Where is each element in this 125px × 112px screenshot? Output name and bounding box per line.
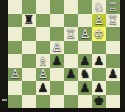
piece-black-pawn: ♟ xyxy=(94,81,105,93)
piece-black-king: ♚ xyxy=(94,95,105,107)
piece-white-pawn: ♙ xyxy=(52,41,63,53)
left-ui-strip xyxy=(0,0,8,112)
square-c6[interactable] xyxy=(36,27,50,41)
square-g3[interactable] xyxy=(92,68,106,82)
square-h6[interactable] xyxy=(106,27,120,41)
square-a5[interactable] xyxy=(8,41,22,55)
piece-black-pawn: ♟ xyxy=(108,68,119,80)
piece-white-rook: ♖ xyxy=(66,27,77,39)
square-b3[interactable] xyxy=(22,68,36,82)
square-d8[interactable] xyxy=(50,0,64,14)
square-d2[interactable] xyxy=(50,81,64,95)
square-f3[interactable]: ♞ xyxy=(78,68,92,82)
piece-black-pawn: ♟ xyxy=(38,81,49,93)
square-f8[interactable] xyxy=(78,0,92,14)
square-a1[interactable] xyxy=(8,95,22,109)
square-a7[interactable] xyxy=(8,14,22,28)
square-h4[interactable] xyxy=(106,54,120,68)
right-ui-strip xyxy=(120,0,125,112)
square-b4[interactable] xyxy=(22,54,36,68)
square-a2[interactable] xyxy=(8,81,22,95)
piece-black-rook: ♜ xyxy=(24,14,35,26)
square-e3[interactable]: ♟ xyxy=(64,68,78,82)
square-f5[interactable] xyxy=(78,41,92,55)
piece-black-pawn: ♟ xyxy=(52,54,63,66)
square-f1[interactable] xyxy=(78,95,92,109)
square-e8[interactable] xyxy=(64,0,78,14)
square-h1[interactable] xyxy=(106,95,120,109)
piece-white-pawn: ♙ xyxy=(10,68,21,80)
piece-white-pawn: ♙ xyxy=(38,68,49,80)
square-h8[interactable]: ♖ xyxy=(106,0,120,14)
piece-white-rook: ♖ xyxy=(108,0,119,12)
square-d5[interactable]: ♙ xyxy=(50,41,64,55)
square-g8[interactable]: ♘ xyxy=(92,0,106,14)
square-a8[interactable] xyxy=(8,0,22,14)
square-d4[interactable]: ♟ xyxy=(50,54,64,68)
square-h2[interactable] xyxy=(106,81,120,95)
square-b8[interactable] xyxy=(22,0,36,14)
square-d7[interactable] xyxy=(50,14,64,28)
square-h5[interactable] xyxy=(106,41,120,55)
square-b5[interactable] xyxy=(22,41,36,55)
chess-board: ♘♖♜♙♖♖♙♔♙♗♟♟♟♙♙♟♞♟♟♟♟♚ xyxy=(8,0,120,108)
square-h7[interactable]: ♖ xyxy=(106,14,120,28)
square-c7[interactable] xyxy=(36,14,50,28)
screenshot-stage: ♘♖♜♙♖♖♙♔♙♗♟♟♟♙♙♟♞♟♟♟♟♚ xyxy=(0,0,125,112)
square-g2[interactable]: ♟ xyxy=(92,81,106,95)
left-strip-mark xyxy=(2,99,7,101)
square-d3[interactable] xyxy=(50,68,64,82)
square-b7[interactable]: ♜ xyxy=(22,14,36,28)
piece-black-knight: ♞ xyxy=(80,68,91,80)
square-c8[interactable] xyxy=(36,0,50,14)
square-g6[interactable]: ♔ xyxy=(92,27,106,41)
square-a6[interactable] xyxy=(8,27,22,41)
square-d6[interactable] xyxy=(50,27,64,41)
square-f6[interactable]: ♙ xyxy=(78,27,92,41)
square-f2[interactable]: ♟ xyxy=(78,81,92,95)
square-g1[interactable]: ♚ xyxy=(92,95,106,109)
square-c2[interactable]: ♟ xyxy=(36,81,50,95)
square-g4[interactable]: ♟ xyxy=(92,54,106,68)
piece-black-pawn: ♟ xyxy=(80,54,91,66)
square-c1[interactable] xyxy=(36,95,50,109)
square-c4[interactable]: ♗ xyxy=(36,54,50,68)
square-c3[interactable]: ♙ xyxy=(36,68,50,82)
square-h3[interactable]: ♟ xyxy=(106,68,120,82)
piece-white-bishop: ♗ xyxy=(38,54,49,66)
piece-white-pawn: ♙ xyxy=(80,27,91,39)
square-e6[interactable]: ♖ xyxy=(64,27,78,41)
square-e4[interactable] xyxy=(64,54,78,68)
square-f7[interactable] xyxy=(78,14,92,28)
square-b2[interactable] xyxy=(22,81,36,95)
piece-white-king: ♔ xyxy=(94,27,105,39)
square-f4[interactable]: ♟ xyxy=(78,54,92,68)
piece-black-pawn: ♟ xyxy=(66,68,77,80)
bottom-ui-strip xyxy=(0,108,125,112)
square-c5[interactable] xyxy=(36,41,50,55)
piece-white-rook: ♖ xyxy=(108,14,119,26)
square-b1[interactable] xyxy=(22,95,36,109)
square-e7[interactable] xyxy=(64,14,78,28)
square-g7[interactable]: ♙ xyxy=(92,14,106,28)
piece-black-pawn: ♟ xyxy=(80,81,91,93)
square-e1[interactable] xyxy=(64,95,78,109)
square-g5[interactable] xyxy=(92,41,106,55)
square-e2[interactable] xyxy=(64,81,78,95)
square-e5[interactable] xyxy=(64,41,78,55)
square-a4[interactable] xyxy=(8,54,22,68)
piece-white-knight: ♘ xyxy=(94,0,105,12)
piece-black-pawn: ♟ xyxy=(94,54,105,66)
square-d1[interactable] xyxy=(50,95,64,109)
piece-white-pawn: ♙ xyxy=(94,14,105,26)
square-a3[interactable]: ♙ xyxy=(8,68,22,82)
square-b6[interactable] xyxy=(22,27,36,41)
